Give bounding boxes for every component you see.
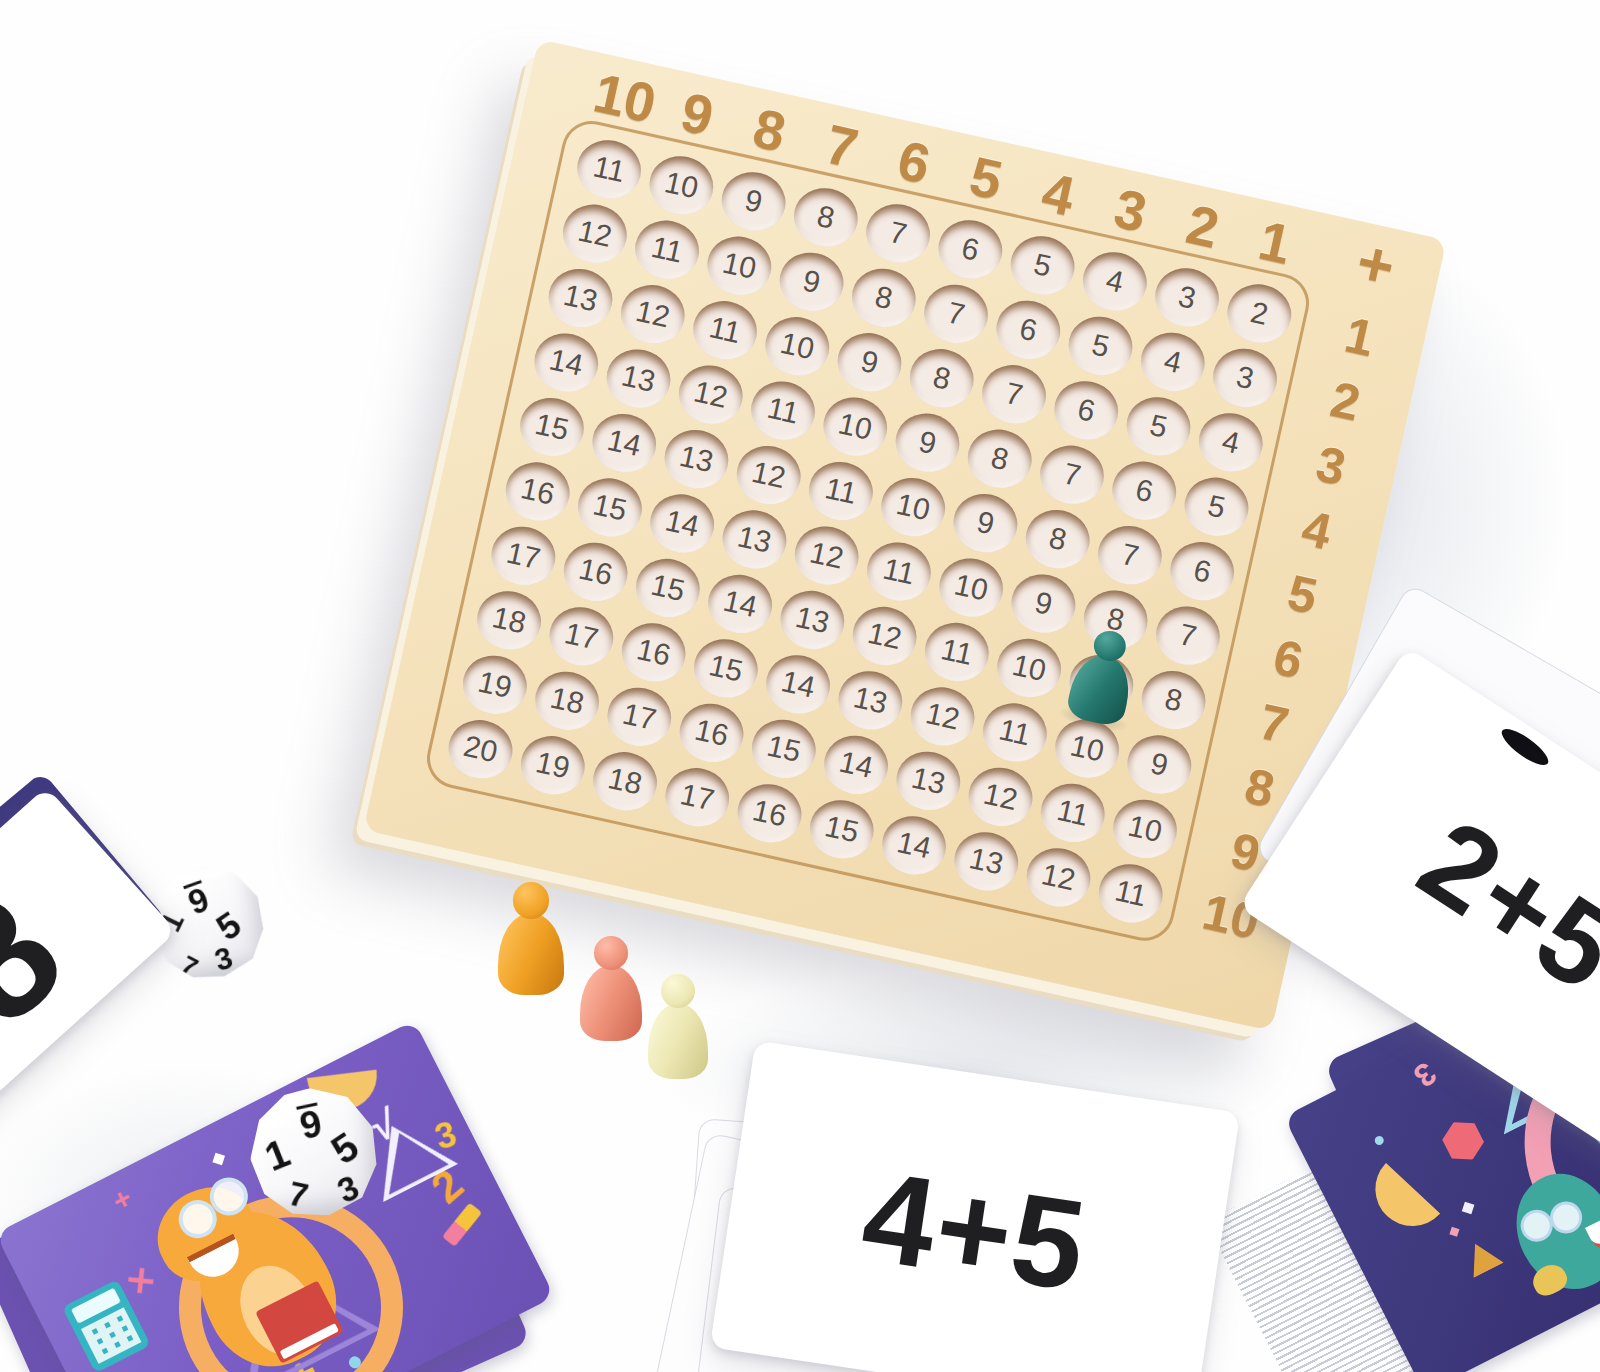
board-hole-sum-13[interactable]: 13 [775, 585, 850, 655]
board-hole-sum-15[interactable]: 15 [746, 714, 821, 784]
board-hole-sum-9[interactable]: 9 [1122, 729, 1197, 799]
doodle-glyph: 3 [1406, 1055, 1443, 1095]
diamond [212, 1153, 225, 1166]
board-hole-sum-14[interactable]: 14 [645, 488, 720, 558]
board-hole-sum-14[interactable]: 14 [587, 408, 662, 478]
board-hole-sum-12[interactable]: 12 [789, 520, 864, 590]
board-hole-sum-11[interactable]: 11 [803, 456, 878, 526]
board-hole-sum-10[interactable]: 10 [818, 391, 893, 461]
scene-addition-board-game: { "game": "Montessori wooden addition bo… [0, 0, 1600, 1372]
eraser-icon [442, 1203, 482, 1247]
pawn-salmon[interactable] [580, 936, 642, 1040]
board-hole-sum-15[interactable]: 15 [804, 794, 879, 864]
board-hole-sum-11[interactable]: 11 [977, 697, 1052, 767]
board-hole-sum-11[interactable]: 11 [861, 536, 936, 606]
board-hole-sum-5[interactable]: 5 [1005, 230, 1080, 300]
board-hole-sum-13[interactable]: 13 [891, 746, 966, 816]
board-hole-sum-9[interactable]: 9 [1006, 568, 1081, 638]
board-hole-sum-5[interactable]: 5 [1121, 391, 1196, 461]
board-hole-sum-13[interactable]: 13 [543, 263, 618, 333]
board-hole-sum-13[interactable]: 13 [659, 424, 734, 494]
pawn-body [648, 1004, 708, 1079]
board-hole-sum-10[interactable]: 10 [992, 633, 1067, 703]
board-hole-sum-19[interactable]: 19 [515, 730, 590, 800]
board-hole-sum-7[interactable]: 7 [1092, 520, 1167, 590]
protractor-icon [1360, 1163, 1440, 1241]
board-hole-sum-9[interactable]: 9 [832, 327, 907, 397]
board-hole-sum-17[interactable]: 17 [602, 682, 677, 752]
board-hole-sum-12[interactable]: 12 [963, 762, 1038, 832]
board-hole-sum-9[interactable]: 9 [890, 407, 965, 477]
triangle-filled-icon [1460, 1236, 1504, 1278]
diamond [1449, 1227, 1459, 1237]
board-hole-sum-8[interactable]: 8 [1020, 504, 1095, 574]
board-hole-sum-8[interactable]: 8 [788, 182, 863, 252]
board-hole-sum-7[interactable]: 7 [1034, 439, 1109, 509]
board-hole-sum-15[interactable]: 15 [688, 633, 763, 703]
board-hole-sum-8[interactable]: 8 [904, 343, 979, 413]
board-hole-sum-12[interactable]: 12 [615, 279, 690, 349]
hexagon-icon [1435, 1113, 1491, 1169]
pawn-body [1065, 651, 1136, 728]
board-hole-sum-12[interactable]: 12 [731, 440, 806, 510]
pawn-head [513, 882, 550, 919]
board-hole-sum-12[interactable]: 12 [673, 359, 748, 429]
board-hole-sum-11[interactable]: 11 [919, 617, 994, 687]
board-hole-sum-7[interactable]: 7 [1150, 600, 1225, 670]
die-face-7: 7 [285, 1174, 312, 1216]
board-hole-sum-3[interactable]: 3 [1150, 262, 1225, 332]
board-hole-sum-9[interactable]: 9 [948, 488, 1023, 558]
board-hole-sum-7[interactable]: 7 [977, 359, 1052, 429]
board-hole-sum-13[interactable]: 13 [833, 665, 908, 735]
board-hole-sum-11[interactable]: 11 [572, 134, 647, 204]
board-hole-sum-12[interactable]: 12 [847, 601, 922, 671]
board-hole-sum-15[interactable]: 15 [514, 392, 589, 462]
board-hole-sum-4[interactable]: 4 [1193, 407, 1268, 477]
board-hole-sum-8[interactable]: 8 [846, 263, 921, 333]
pawn-body [498, 914, 564, 995]
board-hole-sum-14[interactable]: 14 [761, 649, 836, 719]
board-hole-sum-18[interactable]: 18 [472, 585, 547, 655]
board-hole-sum-15[interactable]: 15 [572, 472, 647, 542]
board-hole-sum-5[interactable]: 5 [1063, 311, 1138, 381]
die-face-7: 7 [176, 949, 203, 983]
board-hole-sum-19[interactable]: 19 [457, 650, 532, 720]
board-hole-sum-11[interactable]: 11 [630, 215, 705, 285]
diamond [1462, 1202, 1475, 1215]
pawn-body [580, 966, 642, 1041]
board-hole-sum-6[interactable]: 6 [1107, 455, 1182, 525]
board-hole-sum-16[interactable]: 16 [558, 537, 633, 607]
board-hole-sum-2[interactable]: 2 [1222, 278, 1297, 348]
board-hole-sum-14[interactable]: 14 [819, 730, 894, 800]
board-hole-sum-20[interactable]: 20 [443, 714, 518, 784]
board-hole-sum-6[interactable]: 6 [1165, 536, 1240, 606]
board-hole-sum-10[interactable]: 10 [760, 311, 835, 381]
board-hole-sum-6[interactable]: 6 [1049, 375, 1124, 445]
board-hole-sum-16[interactable]: 16 [616, 617, 691, 687]
pawn-pale-yellow[interactable] [648, 974, 708, 1078]
board-hole-sum-3[interactable]: 3 [1208, 343, 1283, 413]
board-hole-sum-7[interactable]: 7 [919, 279, 994, 349]
board-hole-sum-17[interactable]: 17 [486, 521, 561, 591]
pawn-head [661, 974, 695, 1008]
board-hole-sum-13[interactable]: 13 [717, 504, 792, 574]
board-hole-sum-5[interactable]: 5 [1179, 472, 1254, 542]
board-hole-sum-6[interactable]: 6 [933, 214, 1008, 284]
doodle-glyph: + [107, 1180, 138, 1218]
board-hole-sum-18[interactable]: 18 [588, 746, 663, 816]
board-hole-sum-11[interactable]: 11 [746, 375, 821, 445]
board-hole-sum-14[interactable]: 14 [703, 569, 778, 639]
board-hole-sum-13[interactable]: 13 [601, 343, 676, 413]
die-face-5: 5 [323, 1123, 367, 1173]
board-hole-sum-12[interactable]: 12 [905, 681, 980, 751]
board-hole-sum-11[interactable]: 11 [1093, 858, 1168, 928]
board-hole-sum-12[interactable]: 12 [1021, 842, 1096, 912]
pawn-orange[interactable] [498, 882, 564, 994]
board-hole-sum-10[interactable]: 10 [702, 231, 777, 301]
board-hole-sum-15[interactable]: 15 [630, 553, 705, 623]
board-hole-sum-12[interactable]: 12 [557, 198, 632, 268]
board-hole-sum-10[interactable]: 10 [934, 552, 1009, 622]
board-hole-sum-11[interactable]: 11 [688, 295, 763, 365]
board-hole-sum-4[interactable]: 4 [1077, 246, 1152, 316]
die-face-5: 5 [209, 903, 249, 949]
pawn-head [594, 936, 629, 970]
die-face-1: 1 [259, 1130, 296, 1180]
board-hole-sum-17[interactable]: 17 [660, 762, 735, 832]
board-hole-sum-10[interactable]: 10 [876, 472, 951, 542]
board-hole-sum-8[interactable]: 8 [962, 423, 1037, 493]
board-hole-sum-7[interactable]: 7 [861, 198, 936, 268]
die-face-6: 6 [296, 1100, 326, 1146]
dot [1373, 1134, 1385, 1146]
board-hole-sum-17[interactable]: 17 [544, 601, 619, 671]
board-hole-sum-10[interactable]: 10 [644, 150, 719, 220]
board-hole-sum-14[interactable]: 14 [877, 810, 952, 880]
board-hole-sum-9[interactable]: 9 [716, 166, 791, 236]
board-hole-sum-16[interactable]: 16 [674, 698, 749, 768]
board-hole-sum-14[interactable]: 14 [529, 327, 604, 397]
board-hole-sum-16[interactable]: 16 [732, 778, 807, 848]
board-hole-sum-13[interactable]: 13 [949, 826, 1024, 896]
board-hole-sum-8[interactable]: 8 [1136, 665, 1211, 735]
board-hole-sum-4[interactable]: 4 [1135, 327, 1210, 397]
board-hole-sum-6[interactable]: 6 [991, 295, 1066, 365]
board-hole-sum-18[interactable]: 18 [530, 666, 605, 736]
board-hole-sum-10[interactable]: 10 [1108, 794, 1183, 864]
board-hole-sum-11[interactable]: 11 [1035, 778, 1110, 848]
flash-card-8[interactable]: 8 [0, 787, 177, 1133]
board-hole-sum-16[interactable]: 16 [500, 456, 575, 526]
flash-card-4plus5[interactable]: 4+5 [710, 1040, 1240, 1372]
board-hole-sum-9[interactable]: 9 [774, 247, 849, 317]
board-cell-r7-c2[interactable]: 9 [1058, 645, 1145, 725]
